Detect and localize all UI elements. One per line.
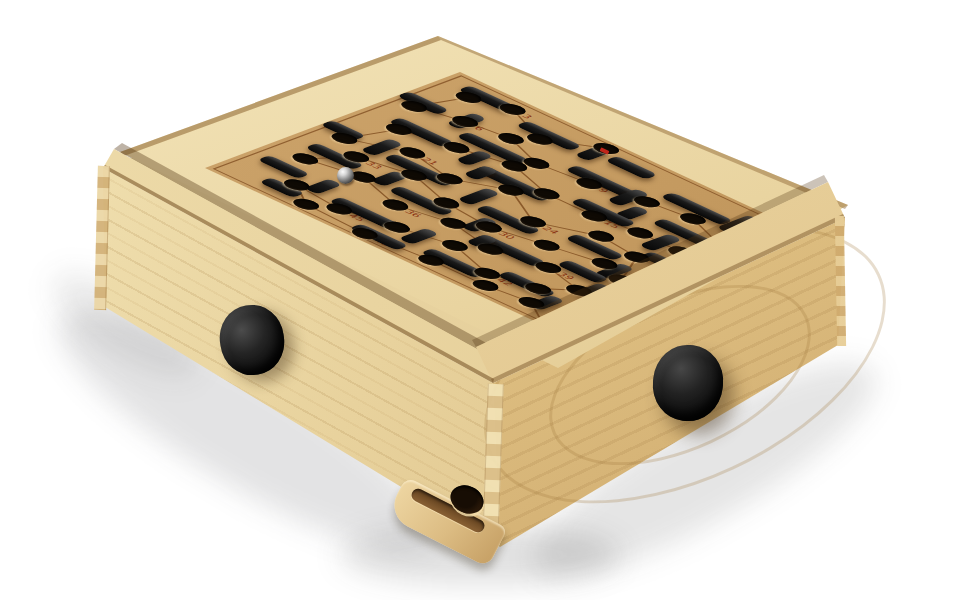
finger-joints-right-corner [835, 216, 846, 346]
hole-number: 21 [419, 157, 441, 166]
hole-number: 36 [402, 209, 424, 218]
tray-body [386, 477, 508, 568]
steel-ball [337, 167, 354, 184]
hole-number: 33 [363, 161, 385, 170]
labyrinth-game-photo: 36912151821242730333639424548 [0, 0, 953, 600]
hole-number: 30 [496, 231, 518, 240]
